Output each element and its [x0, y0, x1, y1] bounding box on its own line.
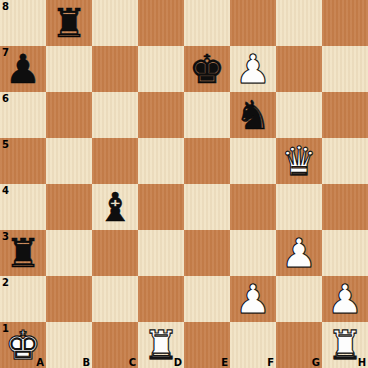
square-f8[interactable] [230, 0, 276, 46]
square-c4[interactable]: ♝ [92, 184, 138, 230]
rank-label-4: 4 [2, 185, 9, 196]
piece-black-pawn-a7[interactable]: ♟ [5, 46, 41, 92]
square-d5[interactable] [138, 138, 184, 184]
square-a8[interactable]: 8 [0, 0, 46, 46]
square-b3[interactable] [46, 230, 92, 276]
file-label-B: B [82, 357, 90, 368]
square-c7[interactable] [92, 46, 138, 92]
square-a3[interactable]: 3♜ [0, 230, 46, 276]
piece-white-pawn-h2[interactable]: ♟ [327, 276, 363, 322]
square-a2[interactable]: 2 [0, 276, 46, 322]
square-d1[interactable]: D♜ [138, 322, 184, 368]
square-g4[interactable] [276, 184, 322, 230]
rank-label-3: 3 [2, 231, 9, 242]
piece-white-pawn-f7[interactable]: ♟ [235, 46, 271, 92]
square-e7[interactable]: ♚ [184, 46, 230, 92]
file-label-G: G [312, 357, 320, 368]
square-a5[interactable]: 5 [0, 138, 46, 184]
square-d3[interactable] [138, 230, 184, 276]
square-e5[interactable] [184, 138, 230, 184]
square-c3[interactable] [92, 230, 138, 276]
square-c1[interactable]: C [92, 322, 138, 368]
rank-label-6: 6 [2, 93, 9, 104]
square-d6[interactable] [138, 92, 184, 138]
square-c8[interactable] [92, 0, 138, 46]
square-f6[interactable]: ♞ [230, 92, 276, 138]
square-b8[interactable]: ♜ [46, 0, 92, 46]
file-label-H: H [358, 357, 366, 368]
piece-black-rook-b8[interactable]: ♜ [51, 0, 87, 46]
square-c6[interactable] [92, 92, 138, 138]
square-g2[interactable] [276, 276, 322, 322]
square-g3[interactable]: ♟ [276, 230, 322, 276]
square-f4[interactable] [230, 184, 276, 230]
square-f1[interactable]: F [230, 322, 276, 368]
square-d4[interactable] [138, 184, 184, 230]
square-g1[interactable]: G [276, 322, 322, 368]
square-b2[interactable] [46, 276, 92, 322]
square-f5[interactable] [230, 138, 276, 184]
file-label-F: F [267, 357, 274, 368]
rank-label-1: 1 [2, 323, 9, 334]
square-d8[interactable] [138, 0, 184, 46]
piece-black-rook-a3[interactable]: ♜ [5, 230, 41, 276]
square-c2[interactable] [92, 276, 138, 322]
square-e4[interactable] [184, 184, 230, 230]
square-f7[interactable]: ♟ [230, 46, 276, 92]
square-d2[interactable] [138, 276, 184, 322]
square-e8[interactable] [184, 0, 230, 46]
piece-white-pawn-g3[interactable]: ♟ [281, 230, 317, 276]
square-g8[interactable] [276, 0, 322, 46]
piece-black-king-e7[interactable]: ♚ [189, 46, 225, 92]
square-e2[interactable] [184, 276, 230, 322]
square-g5[interactable]: ♛ [276, 138, 322, 184]
square-a6[interactable]: 6 [0, 92, 46, 138]
square-a1[interactable]: 1A♚ [0, 322, 46, 368]
chess-board: 8♜7♟♚♟6♞5♛4♝3♜♟2♟♟1A♚BCD♜EFGH♜ [0, 0, 368, 368]
piece-black-knight-f6[interactable]: ♞ [235, 92, 271, 138]
square-a4[interactable]: 4 [0, 184, 46, 230]
rank-label-5: 5 [2, 139, 9, 150]
square-f2[interactable]: ♟ [230, 276, 276, 322]
square-b1[interactable]: B [46, 322, 92, 368]
rank-label-7: 7 [2, 47, 9, 58]
square-b6[interactable] [46, 92, 92, 138]
file-label-E: E [221, 357, 228, 368]
square-h2[interactable]: ♟ [322, 276, 368, 322]
piece-white-pawn-f2[interactable]: ♟ [235, 276, 271, 322]
square-e3[interactable] [184, 230, 230, 276]
piece-white-queen-g5[interactable]: ♛ [281, 138, 317, 184]
square-h4[interactable] [322, 184, 368, 230]
piece-black-bishop-c4[interactable]: ♝ [97, 184, 133, 230]
square-h6[interactable] [322, 92, 368, 138]
file-label-A: A [36, 357, 44, 368]
square-d7[interactable] [138, 46, 184, 92]
square-b7[interactable] [46, 46, 92, 92]
square-g6[interactable] [276, 92, 322, 138]
square-b5[interactable] [46, 138, 92, 184]
square-h8[interactable] [322, 0, 368, 46]
square-g7[interactable] [276, 46, 322, 92]
file-label-D: D [174, 357, 182, 368]
rank-label-2: 2 [2, 277, 9, 288]
rank-label-8: 8 [2, 1, 9, 12]
square-h1[interactable]: H♜ [322, 322, 368, 368]
square-h7[interactable] [322, 46, 368, 92]
square-h3[interactable] [322, 230, 368, 276]
square-b4[interactable] [46, 184, 92, 230]
square-c5[interactable] [92, 138, 138, 184]
square-e1[interactable]: E [184, 322, 230, 368]
square-f3[interactable] [230, 230, 276, 276]
square-a7[interactable]: 7♟ [0, 46, 46, 92]
file-label-C: C [129, 357, 136, 368]
square-e6[interactable] [184, 92, 230, 138]
square-h5[interactable] [322, 138, 368, 184]
